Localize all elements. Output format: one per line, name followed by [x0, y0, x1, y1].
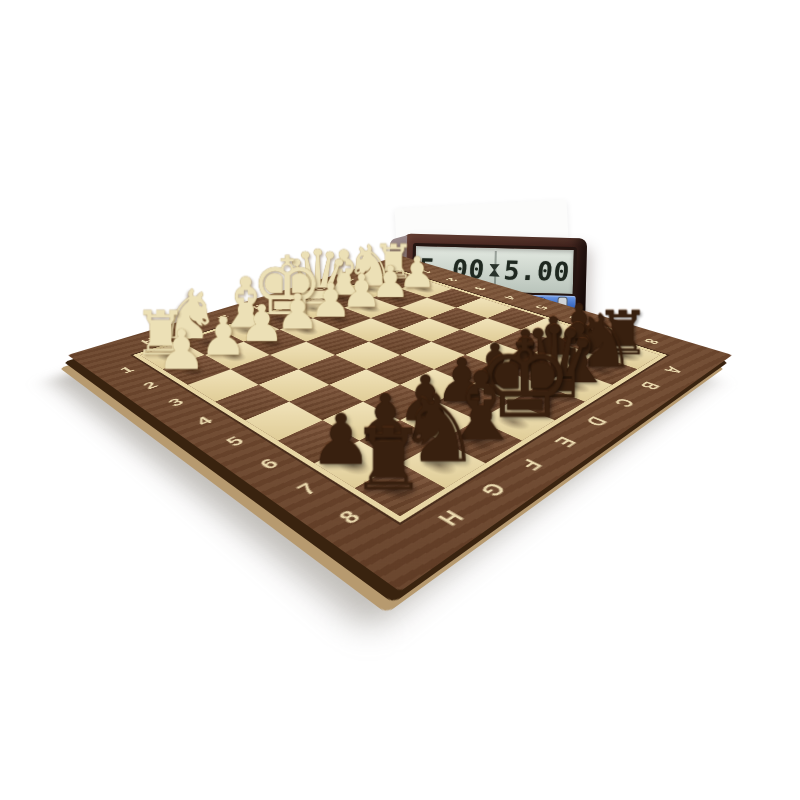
file-label-right-G: G: [456, 469, 529, 511]
white-pawn[interactable]: ♟: [157, 325, 206, 375]
rank-label-bottom-4: 4: [172, 406, 237, 437]
file-label-right-H: H: [412, 495, 488, 542]
black-rook[interactable]: ♜: [350, 422, 415, 499]
rank-label-bottom-2: 2: [120, 373, 180, 398]
rank-label-bottom-6: 6: [234, 446, 304, 483]
file-label-right-B: B: [620, 373, 680, 398]
white-pawn[interactable]: ♟: [199, 313, 246, 360]
file-label-right-C: C: [593, 389, 655, 417]
rank-label-bottom-5: 5: [201, 425, 268, 459]
rank-label-bottom-3: 3: [145, 389, 207, 417]
file-label-right-A: A: [644, 359, 702, 382]
clock-time-right: 5.00: [498, 255, 574, 287]
file-label-right-F: F: [496, 446, 566, 483]
scene: 5.00 5.00 ♜♟♟♜♞♟♟♞♝♟♟♝♛♟♟♛♚♟♟♚♝♟♟♝♞♟♟♞♜♟…: [0, 0, 800, 800]
clock-hourglass-icon: [489, 263, 500, 276]
file-label-right-E: E: [531, 425, 598, 459]
rank-label-bottom-1: 1: [98, 359, 156, 382]
rank-label-bottom-7: 7: [271, 469, 344, 511]
chess-board: ♜♟♟♜♞♟♟♞♝♟♟♝♛♟♟♛♚♟♟♚♝♟♟♝♞♟♟♞♜♟♟♜ 1122334…: [68, 256, 733, 592]
rank-label-bottom-8: 8: [311, 495, 387, 542]
